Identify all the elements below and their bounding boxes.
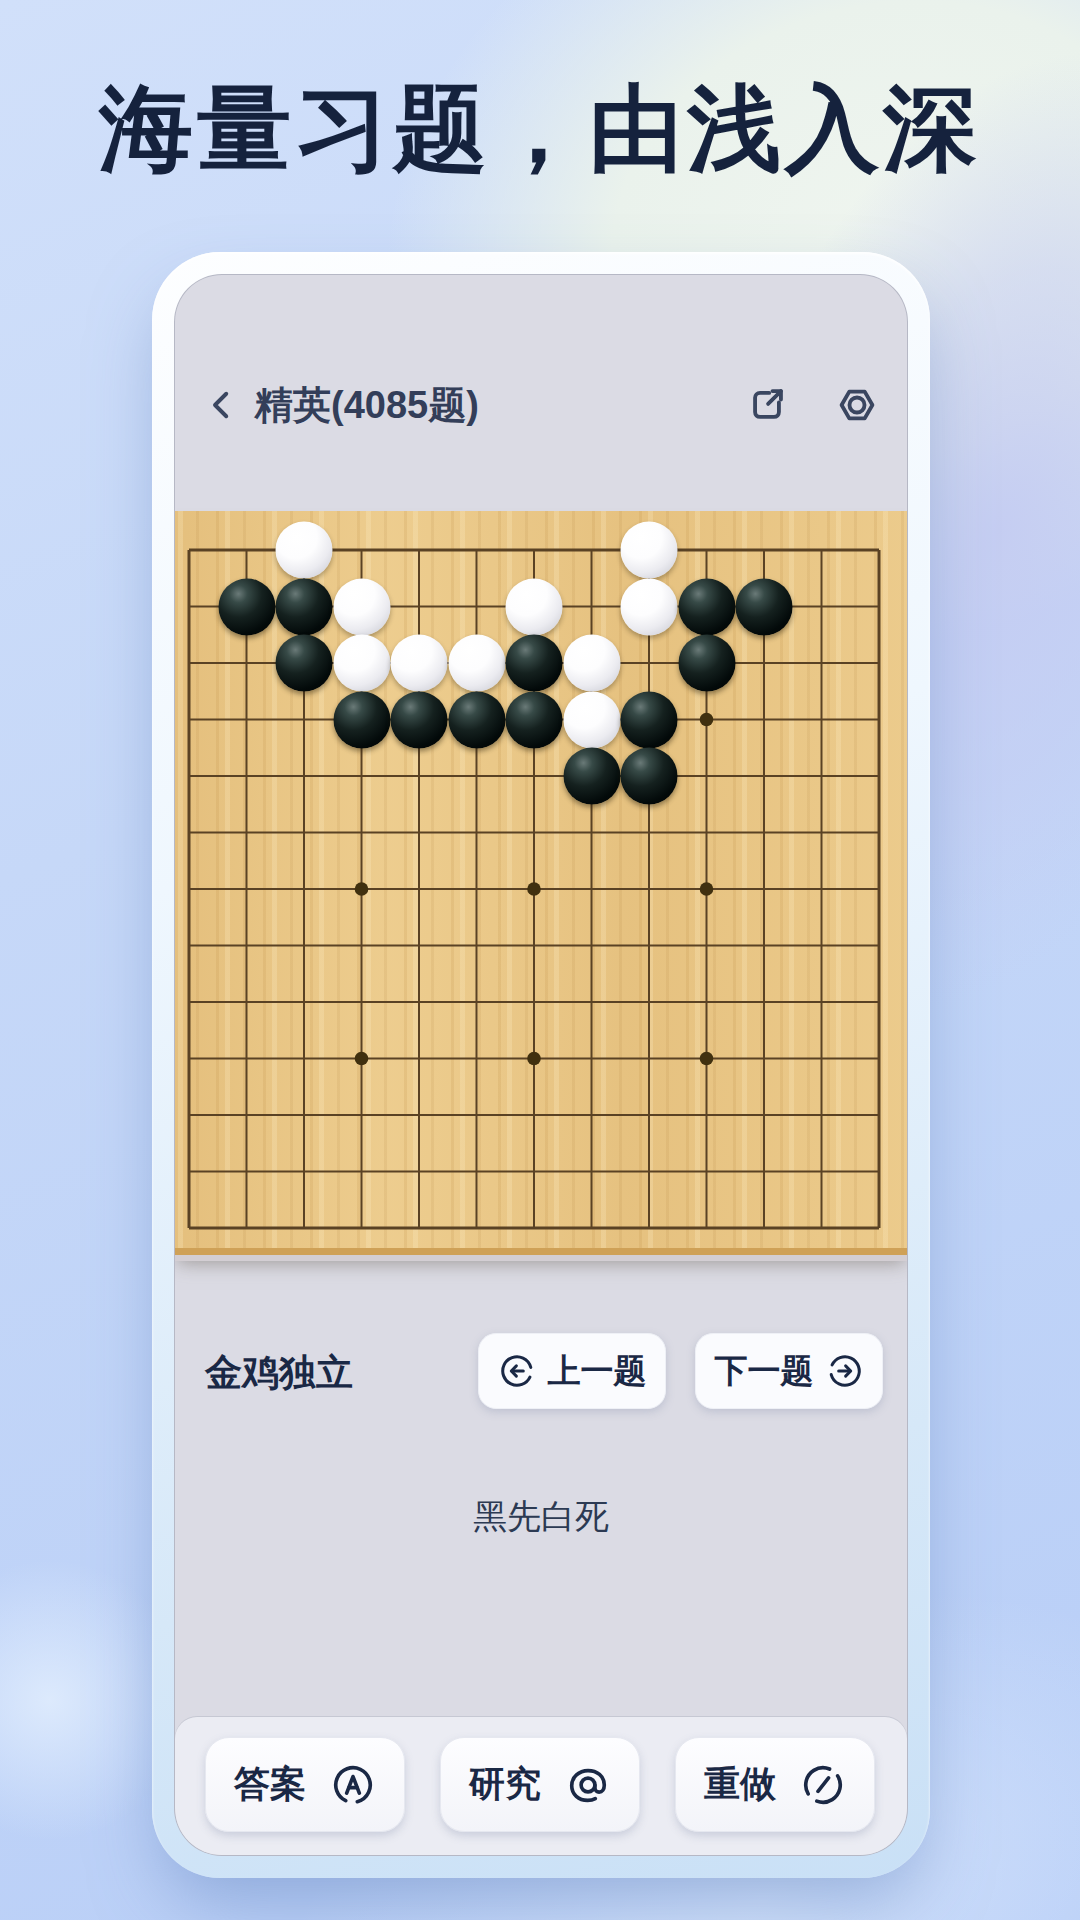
black-stone [621, 691, 678, 748]
black-stone [678, 635, 735, 692]
puzzle-name: 金鸡独立 [205, 1349, 353, 1397]
arrow-right-circle-icon [826, 1352, 864, 1390]
share-button[interactable] [745, 383, 789, 427]
footer-bar: 答案 研究 重做 [175, 1717, 907, 1855]
app-screen: 精英(4085题) 金鸡独立 [174, 274, 908, 1856]
white-stone [506, 578, 563, 635]
black-stone [276, 635, 333, 692]
white-stone [333, 635, 390, 692]
next-problem-button[interactable]: 下一题 [695, 1333, 883, 1409]
redo-button[interactable]: 重做 [675, 1737, 875, 1832]
chevron-left-icon [203, 387, 239, 423]
redo-refresh-icon [800, 1762, 846, 1808]
collection-title: 精英(4085题) [255, 380, 479, 431]
white-stone [276, 522, 333, 579]
go-board[interactable] [174, 511, 908, 1255]
black-stone [276, 578, 333, 635]
black-stone [736, 578, 793, 635]
black-stone [391, 691, 448, 748]
back-button[interactable] [203, 387, 239, 423]
puzzle-task: 黑先白死 [175, 1493, 907, 1539]
black-stone [621, 748, 678, 805]
share-icon [745, 383, 789, 427]
answer-button[interactable]: 答案 [205, 1737, 405, 1832]
app-header: 精英(4085题) [203, 373, 879, 437]
phone-mockup: 精英(4085题) 金鸡独立 [152, 252, 930, 1878]
white-stone [621, 578, 678, 635]
white-stone [563, 635, 620, 692]
settings-hex-icon [835, 383, 879, 427]
black-stone [333, 691, 390, 748]
previous-problem-button[interactable]: 上一题 [478, 1333, 666, 1409]
next-problem-label: 下一题 [715, 1349, 814, 1394]
black-stone [506, 635, 563, 692]
research-label: 研究 [469, 1760, 541, 1809]
circled-a-icon [330, 1762, 376, 1808]
black-stone [506, 691, 563, 748]
black-stone [218, 578, 275, 635]
white-stone [621, 522, 678, 579]
white-stone [333, 578, 390, 635]
black-stone [678, 578, 735, 635]
black-stone [563, 748, 620, 805]
white-stone [391, 635, 448, 692]
research-button[interactable]: 研究 [440, 1737, 640, 1832]
settings-button[interactable] [835, 383, 879, 427]
redo-label: 重做 [704, 1760, 776, 1809]
go-board-grid [189, 550, 879, 1228]
white-stone [563, 691, 620, 748]
at-sign-icon [565, 1762, 611, 1808]
hero-title: 海量习题，由浅入深 [0, 66, 1080, 193]
white-stone [448, 635, 505, 692]
previous-problem-label: 上一题 [548, 1349, 647, 1394]
black-stone [448, 691, 505, 748]
answer-label: 答案 [234, 1760, 306, 1809]
arrow-left-circle-icon [498, 1352, 536, 1390]
